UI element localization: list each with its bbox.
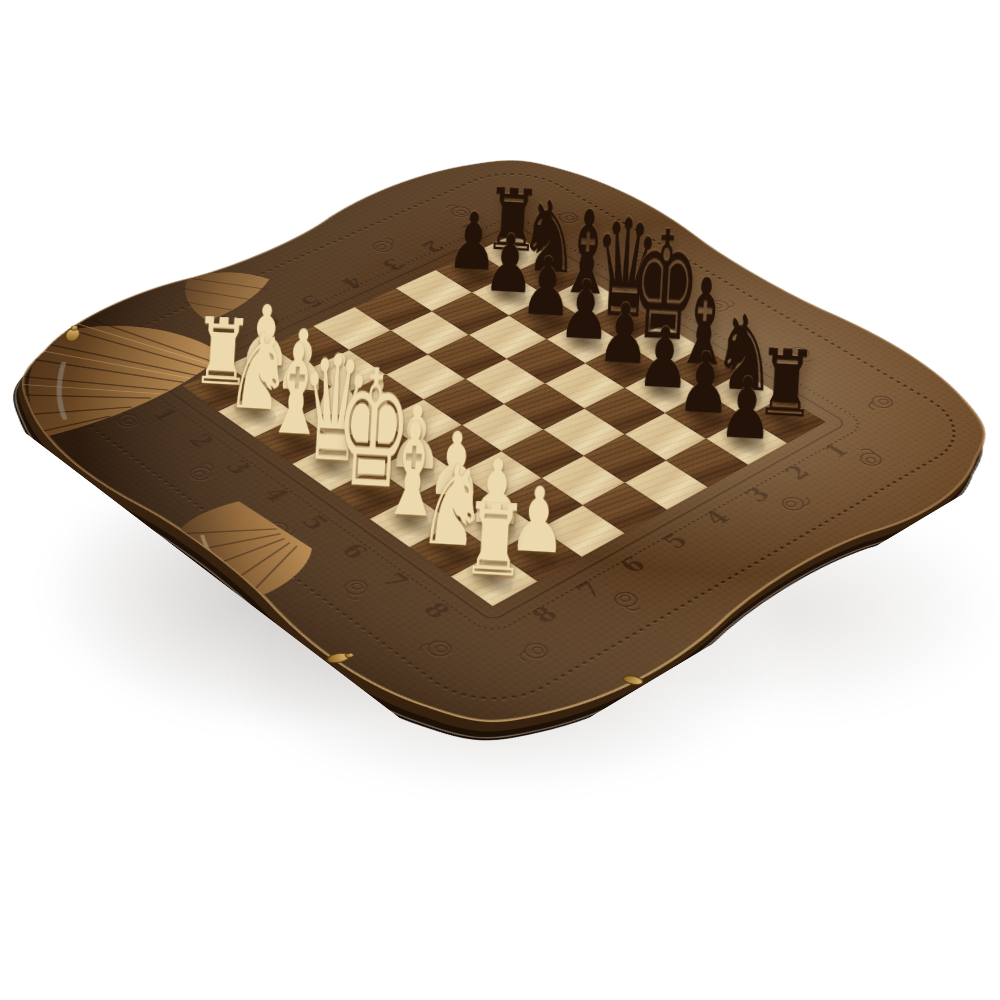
black-pawn-h7: ♟ — [659, 369, 835, 446]
white-rook-h1: ♜ — [397, 496, 592, 586]
board-pieces: ♜♞♝♛♚♝♞♜♟♟♟♟♟♟♟♟♟♟♟♟♟♟♟♟♜♞♝♛♚♝♞♜ — [0, 126, 1000, 781]
chess-board: 111222333444555666777888H — [0, 126, 1000, 781]
product-photo-stage: 111222333444555666777888H — [0, 0, 1000, 1000]
camera-roll-wrapper: 111222333444555666777888H — [0, 0, 1000, 1000]
